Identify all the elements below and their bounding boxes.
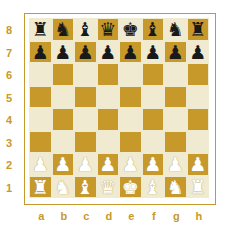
- rank-label-3: 3: [0, 132, 18, 155]
- rank-label-1: 1: [0, 177, 18, 200]
- square-f4[interactable]: [142, 108, 165, 131]
- chess-diagram: 87654321 ♜♞♝♛♚♝♞♜♟♟♟♟♟♟♟♟♟♟♟♟♟♟♟♟♜♞♝♛♚♝♞…: [0, 0, 242, 240]
- black-rook-icon: ♜: [189, 18, 206, 41]
- white-pawn-icon: ♟: [167, 153, 184, 176]
- square-h1[interactable]: ♜: [187, 176, 210, 199]
- white-rook-icon: ♜: [32, 176, 49, 199]
- square-b4[interactable]: [52, 108, 75, 131]
- square-d1[interactable]: ♛: [97, 176, 120, 199]
- square-e8[interactable]: ♚: [119, 18, 142, 41]
- chess-board: ♜♞♝♛♚♝♞♜♟♟♟♟♟♟♟♟♟♟♟♟♟♟♟♟♜♞♝♛♚♝♞♜: [29, 18, 209, 198]
- square-c3[interactable]: [74, 131, 97, 154]
- square-a5[interactable]: [29, 86, 52, 109]
- square-g4[interactable]: [164, 108, 187, 131]
- square-b2[interactable]: ♟: [52, 153, 75, 176]
- square-a3[interactable]: [29, 131, 52, 154]
- white-knight-icon: ♞: [54, 176, 71, 199]
- square-a8[interactable]: ♜: [29, 18, 52, 41]
- white-pawn-icon: ♟: [77, 153, 94, 176]
- square-f8[interactable]: ♝: [142, 18, 165, 41]
- square-d2[interactable]: ♟: [97, 153, 120, 176]
- black-bishop-icon: ♝: [144, 18, 161, 41]
- square-h8[interactable]: ♜: [187, 18, 210, 41]
- black-pawn-icon: ♟: [32, 41, 49, 64]
- white-queen-icon: ♛: [99, 176, 116, 199]
- board-frame: ♜♞♝♛♚♝♞♜♟♟♟♟♟♟♟♟♟♟♟♟♟♟♟♟♜♞♝♛♚♝♞♜: [24, 13, 216, 205]
- square-c4[interactable]: [74, 108, 97, 131]
- black-pawn-icon: ♟: [122, 41, 139, 64]
- white-pawn-icon: ♟: [144, 153, 161, 176]
- black-rook-icon: ♜: [32, 18, 49, 41]
- file-label-f: f: [143, 208, 166, 224]
- square-a2[interactable]: ♟: [29, 153, 52, 176]
- rank-label-6: 6: [0, 64, 18, 87]
- square-g1[interactable]: ♞: [164, 176, 187, 199]
- square-b3[interactable]: [52, 131, 75, 154]
- square-f3[interactable]: [142, 131, 165, 154]
- square-e3[interactable]: [119, 131, 142, 154]
- square-e5[interactable]: [119, 86, 142, 109]
- white-knight-icon: ♞: [167, 176, 184, 199]
- rank-label-2: 2: [0, 154, 18, 177]
- white-pawn-icon: ♟: [99, 153, 116, 176]
- square-c1[interactable]: ♝: [74, 176, 97, 199]
- square-f7[interactable]: ♟: [142, 41, 165, 64]
- square-c5[interactable]: [74, 86, 97, 109]
- white-king-icon: ♚: [122, 176, 139, 199]
- square-d7[interactable]: ♟: [97, 41, 120, 64]
- white-bishop-icon: ♝: [77, 176, 94, 199]
- file-label-g: g: [165, 208, 188, 224]
- square-a4[interactable]: [29, 108, 52, 131]
- square-h6[interactable]: [187, 63, 210, 86]
- black-pawn-icon: ♟: [167, 41, 184, 64]
- white-pawn-icon: ♟: [54, 153, 71, 176]
- square-e4[interactable]: [119, 108, 142, 131]
- square-g6[interactable]: [164, 63, 187, 86]
- white-pawn-icon: ♟: [189, 153, 206, 176]
- rank-labels: 87654321: [0, 19, 18, 199]
- rank-label-5: 5: [0, 87, 18, 110]
- square-h2[interactable]: ♟: [187, 153, 210, 176]
- black-pawn-icon: ♟: [189, 41, 206, 64]
- square-h7[interactable]: ♟: [187, 41, 210, 64]
- square-h5[interactable]: [187, 86, 210, 109]
- square-e6[interactable]: [119, 63, 142, 86]
- square-a1[interactable]: ♜: [29, 176, 52, 199]
- square-d3[interactable]: [97, 131, 120, 154]
- square-c7[interactable]: ♟: [74, 41, 97, 64]
- square-b1[interactable]: ♞: [52, 176, 75, 199]
- file-labels: abcdefgh: [30, 208, 210, 224]
- white-pawn-icon: ♟: [122, 153, 139, 176]
- square-f5[interactable]: [142, 86, 165, 109]
- square-a6[interactable]: [29, 63, 52, 86]
- square-g2[interactable]: ♟: [164, 153, 187, 176]
- square-c8[interactable]: ♝: [74, 18, 97, 41]
- square-b6[interactable]: [52, 63, 75, 86]
- square-c2[interactable]: ♟: [74, 153, 97, 176]
- square-g3[interactable]: [164, 131, 187, 154]
- square-c6[interactable]: [74, 63, 97, 86]
- square-d8[interactable]: ♛: [97, 18, 120, 41]
- square-b8[interactable]: ♞: [52, 18, 75, 41]
- square-b5[interactable]: [52, 86, 75, 109]
- square-d5[interactable]: [97, 86, 120, 109]
- file-label-d: d: [98, 208, 121, 224]
- black-pawn-icon: ♟: [54, 41, 71, 64]
- square-h4[interactable]: [187, 108, 210, 131]
- white-pawn-icon: ♟: [32, 153, 49, 176]
- black-pawn-icon: ♟: [77, 41, 94, 64]
- square-d4[interactable]: [97, 108, 120, 131]
- black-knight-icon: ♞: [167, 18, 184, 41]
- white-bishop-icon: ♝: [144, 176, 161, 199]
- square-e1[interactable]: ♚: [119, 176, 142, 199]
- black-bishop-icon: ♝: [77, 18, 94, 41]
- square-g5[interactable]: [164, 86, 187, 109]
- file-label-b: b: [53, 208, 76, 224]
- rank-label-4: 4: [0, 109, 18, 132]
- file-label-e: e: [120, 208, 143, 224]
- square-h3[interactable]: [187, 131, 210, 154]
- black-king-icon: ♚: [122, 18, 139, 41]
- square-a7[interactable]: ♟: [29, 41, 52, 64]
- square-f1[interactable]: ♝: [142, 176, 165, 199]
- file-label-c: c: [75, 208, 98, 224]
- black-pawn-icon: ♟: [99, 41, 116, 64]
- square-b7[interactable]: ♟: [52, 41, 75, 64]
- square-e2[interactable]: ♟: [119, 153, 142, 176]
- square-e7[interactable]: ♟: [119, 41, 142, 64]
- square-f2[interactable]: ♟: [142, 153, 165, 176]
- black-pawn-icon: ♟: [144, 41, 161, 64]
- square-g8[interactable]: ♞: [164, 18, 187, 41]
- black-queen-icon: ♛: [99, 18, 116, 41]
- file-label-h: h: [188, 208, 211, 224]
- rank-label-7: 7: [0, 42, 18, 65]
- black-knight-icon: ♞: [54, 18, 71, 41]
- white-rook-icon: ♜: [189, 176, 206, 199]
- file-label-a: a: [30, 208, 53, 224]
- square-g7[interactable]: ♟: [164, 41, 187, 64]
- square-d6[interactable]: [97, 63, 120, 86]
- square-f6[interactable]: [142, 63, 165, 86]
- rank-label-8: 8: [0, 19, 18, 42]
